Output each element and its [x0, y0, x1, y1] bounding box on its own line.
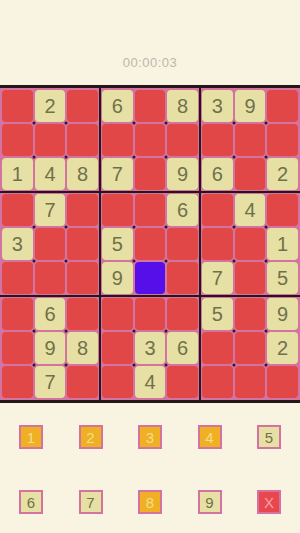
cell-r4c9[interactable] [267, 194, 298, 226]
cell-r3c1[interactable]: 1 [2, 158, 33, 190]
cell-r1c1[interactable] [2, 90, 33, 122]
cell-r7c9[interactable]: 9 [267, 298, 298, 330]
cell-r7c5[interactable] [135, 298, 166, 330]
box-2: 6879 [102, 90, 198, 190]
numpad-5-button[interactable]: 5 [257, 425, 281, 449]
numpad-2-button[interactable]: 2 [79, 425, 103, 449]
grid-dot [132, 364, 135, 367]
cell-r1c7[interactable]: 3 [202, 90, 233, 122]
cell-r9c7[interactable] [202, 366, 233, 398]
number-pad: 12345 6789X [0, 403, 300, 514]
cell-r5c7[interactable] [202, 228, 233, 260]
cell-r5c4[interactable]: 5 [102, 228, 133, 260]
cell-r3c4[interactable]: 7 [102, 158, 133, 190]
box-6: 4175 [202, 194, 298, 294]
grid-dot [165, 260, 168, 263]
cell-r2c8[interactable] [235, 124, 266, 156]
grid-dot [65, 364, 68, 367]
cell-r6c1[interactable] [2, 262, 33, 294]
cell-r8c9[interactable]: 2 [267, 332, 298, 364]
grid-dot [132, 260, 135, 263]
box-divider-vertical-1 [99, 88, 101, 400]
grid-dot [265, 122, 268, 125]
cell-r5c3[interactable] [67, 228, 98, 260]
grid-dot [132, 122, 135, 125]
sudoku-app-screen: 00:00:03 2148687939627365941756987364592… [0, 0, 300, 514]
cell-r1c2[interactable]: 2 [35, 90, 66, 122]
grid-dot [265, 226, 268, 229]
grid-dot [65, 226, 68, 229]
cell-r2c6[interactable] [167, 124, 198, 156]
cell-r4c1[interactable] [2, 194, 33, 226]
grid-dot [265, 330, 268, 333]
cell-r8c1[interactable] [2, 332, 33, 364]
cell-r9c2[interactable]: 7 [35, 366, 66, 398]
cell-r1c5[interactable] [135, 90, 166, 122]
numpad-1-button[interactable]: 1 [19, 425, 43, 449]
cell-r1c8[interactable]: 9 [235, 90, 266, 122]
cell-r5c8[interactable] [235, 228, 266, 260]
grid-dot [232, 156, 235, 159]
cell-r6c5[interactable] [135, 262, 166, 294]
grid-dot [32, 226, 35, 229]
box-divider-vertical-2 [199, 88, 201, 400]
numpad-4-button[interactable]: 4 [198, 425, 222, 449]
game-timer: 00:00:03 [0, 0, 300, 85]
grid-dot [165, 122, 168, 125]
grid-dot [165, 330, 168, 333]
cell-r9c5[interactable]: 4 [135, 366, 166, 398]
cell-r4c7[interactable] [202, 194, 233, 226]
cell-r2c5[interactable] [135, 124, 166, 156]
box-5: 659 [102, 194, 198, 294]
cell-r7c1[interactable] [2, 298, 33, 330]
cell-r2c3[interactable] [67, 124, 98, 156]
cell-r6c9[interactable]: 5 [267, 262, 298, 294]
grid-dot [165, 226, 168, 229]
box-3: 3962 [202, 90, 298, 190]
cell-r6c6[interactable] [167, 262, 198, 294]
grid-dot [32, 156, 35, 159]
cell-r8c8[interactable] [235, 332, 266, 364]
grid-dot [32, 364, 35, 367]
cell-r9c3[interactable] [67, 366, 98, 398]
cell-r8c3[interactable]: 8 [67, 332, 98, 364]
cell-r1c4[interactable]: 6 [102, 90, 133, 122]
cell-r9c8[interactable] [235, 366, 266, 398]
grid-dot [232, 260, 235, 263]
grid-dot [265, 156, 268, 159]
cell-r2c9[interactable] [267, 124, 298, 156]
grid-dot [232, 226, 235, 229]
cell-r9c1[interactable] [2, 366, 33, 398]
cell-r1c6[interactable]: 8 [167, 90, 198, 122]
cell-r7c7[interactable]: 5 [202, 298, 233, 330]
cell-r4c5[interactable] [135, 194, 166, 226]
cell-r8c2[interactable]: 9 [35, 332, 66, 364]
box-1: 2148 [2, 90, 98, 190]
cell-r6c7[interactable]: 7 [202, 262, 233, 294]
numpad-7-button[interactable]: 7 [79, 490, 103, 514]
cell-r3c2[interactable]: 4 [35, 158, 66, 190]
cell-r3c6[interactable]: 9 [167, 158, 198, 190]
grid-dot [65, 156, 68, 159]
grid-dot [232, 122, 235, 125]
cell-r7c3[interactable] [67, 298, 98, 330]
cell-r3c8[interactable] [235, 158, 266, 190]
grid-dot [132, 330, 135, 333]
box-8: 364 [102, 298, 198, 398]
cell-r7c2[interactable]: 6 [35, 298, 66, 330]
cell-r5c6[interactable] [167, 228, 198, 260]
cell-r7c8[interactable] [235, 298, 266, 330]
cell-r6c8[interactable] [235, 262, 266, 294]
cell-r8c4[interactable] [102, 332, 133, 364]
cell-r8c6[interactable]: 6 [167, 332, 198, 364]
grid-dot [265, 260, 268, 263]
grid-dot [65, 122, 68, 125]
cell-r5c9[interactable]: 1 [267, 228, 298, 260]
cell-r3c7[interactable]: 6 [202, 158, 233, 190]
grid-dot [165, 156, 168, 159]
numpad-delete-button[interactable]: X [257, 490, 281, 514]
grid-dot [265, 364, 268, 367]
cell-r4c2[interactable]: 7 [35, 194, 66, 226]
number-pad-row-1: 12345 [19, 425, 281, 449]
numpad-9-button[interactable]: 9 [198, 490, 222, 514]
cell-r6c3[interactable] [67, 262, 98, 294]
box-divider-horizontal-2 [0, 295, 300, 297]
cell-r5c5[interactable] [135, 228, 166, 260]
box-7: 6987 [2, 298, 98, 398]
number-pad-row-2: 6789X [19, 490, 281, 514]
cell-r5c2[interactable] [35, 228, 66, 260]
cell-r2c2[interactable] [35, 124, 66, 156]
cell-r8c7[interactable] [202, 332, 233, 364]
sudoku-board: 2148687939627365941756987364592 [0, 85, 300, 403]
grid-dot [132, 226, 135, 229]
box-4: 73 [2, 194, 98, 294]
grid-dot [232, 330, 235, 333]
numpad-6-button[interactable]: 6 [19, 490, 43, 514]
cell-r4c6[interactable]: 6 [167, 194, 198, 226]
grid-dot [232, 364, 235, 367]
grid-dot [65, 330, 68, 333]
cell-r7c6[interactable] [167, 298, 198, 330]
cell-r1c9[interactable] [267, 90, 298, 122]
cell-r3c9[interactable]: 2 [267, 158, 298, 190]
box-9: 592 [202, 298, 298, 398]
cell-r8c5[interactable]: 3 [135, 332, 166, 364]
cell-r9c6[interactable] [167, 366, 198, 398]
grid-dot [32, 260, 35, 263]
cell-r4c8[interactable]: 4 [235, 194, 266, 226]
cell-r3c5[interactable] [135, 158, 166, 190]
cell-r2c7[interactable] [202, 124, 233, 156]
cell-r2c4[interactable] [102, 124, 133, 156]
cell-r4c3[interactable] [67, 194, 98, 226]
cell-r6c4[interactable]: 9 [102, 262, 133, 294]
cell-r7c4[interactable] [102, 298, 133, 330]
cell-r9c9[interactable] [267, 366, 298, 398]
cell-r4c4[interactable] [102, 194, 133, 226]
grid-dot [132, 156, 135, 159]
grid-dot [32, 122, 35, 125]
cell-r1c3[interactable] [67, 90, 98, 122]
cell-r9c4[interactable] [102, 366, 133, 398]
cell-r2c1[interactable] [2, 124, 33, 156]
cell-r6c2[interactable] [35, 262, 66, 294]
grid-dot [32, 330, 35, 333]
numpad-8-button[interactable]: 8 [138, 490, 162, 514]
box-divider-horizontal-1 [0, 191, 300, 193]
numpad-3-button[interactable]: 3 [138, 425, 162, 449]
cell-r5c1[interactable]: 3 [2, 228, 33, 260]
grid-dot [65, 260, 68, 263]
grid-dot [165, 364, 168, 367]
cell-r3c3[interactable]: 8 [67, 158, 98, 190]
